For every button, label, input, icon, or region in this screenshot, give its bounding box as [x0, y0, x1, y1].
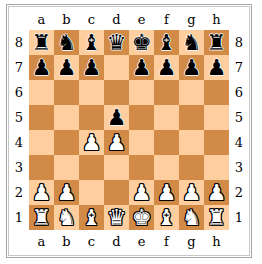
- square-d8[interactable]: ♛: [104, 30, 129, 55]
- black-pawn-icon: ♟: [54, 55, 79, 80]
- square-c4[interactable]: ♟: [79, 130, 104, 155]
- black-pawn-icon: ♟: [104, 105, 129, 130]
- white-pawn-icon: ♟: [104, 130, 129, 155]
- black-pawn-icon: ♟: [29, 55, 54, 80]
- square-a1[interactable]: ♜: [29, 205, 54, 230]
- white-knight-icon: ♞: [179, 205, 204, 230]
- square-d5[interactable]: ♟: [104, 105, 129, 130]
- square-e8[interactable]: ♚: [129, 30, 154, 55]
- square-a2[interactable]: ♟: [29, 180, 54, 205]
- white-rook-icon: ♜: [204, 205, 229, 230]
- square-e2[interactable]: ♟: [129, 180, 154, 205]
- square-c3[interactable]: [79, 155, 104, 180]
- square-f3[interactable]: [154, 155, 179, 180]
- square-f7[interactable]: ♟: [154, 55, 179, 80]
- rank-label: 6: [9, 80, 29, 105]
- square-a8[interactable]: ♜: [29, 30, 54, 55]
- rank-label: 1: [9, 205, 29, 230]
- square-b6[interactable]: [54, 80, 79, 105]
- square-g4[interactable]: [179, 130, 204, 155]
- file-label: d: [104, 9, 129, 29]
- white-knight-icon: ♞: [54, 205, 79, 230]
- rank-label: 6: [229, 80, 249, 105]
- square-h4[interactable]: [204, 130, 229, 155]
- square-f1[interactable]: ♝: [154, 205, 179, 230]
- rank-label: 5: [9, 105, 29, 130]
- black-queen-icon: ♛: [104, 30, 129, 55]
- square-f5[interactable]: [154, 105, 179, 130]
- white-queen-icon: ♛: [104, 205, 129, 230]
- rank-label: 3: [229, 155, 249, 180]
- rank-label: 2: [229, 180, 249, 205]
- square-e3[interactable]: [129, 155, 154, 180]
- rank-label: 4: [9, 130, 29, 155]
- rank-label: 4: [229, 130, 249, 155]
- file-label: g: [179, 231, 204, 251]
- square-b2[interactable]: ♟: [54, 180, 79, 205]
- square-d7[interactable]: [104, 55, 129, 80]
- white-pawn-icon: ♟: [54, 180, 79, 205]
- square-e7[interactable]: ♟: [129, 55, 154, 80]
- rank-label: 3: [9, 155, 29, 180]
- white-rook-icon: ♜: [29, 205, 54, 230]
- square-e5[interactable]: [129, 105, 154, 130]
- square-a5[interactable]: [29, 105, 54, 130]
- file-label: b: [54, 231, 79, 251]
- square-g1[interactable]: ♞: [179, 205, 204, 230]
- black-knight-icon: ♞: [179, 30, 204, 55]
- rank-label: 2: [9, 180, 29, 205]
- square-d3[interactable]: [104, 155, 129, 180]
- black-pawn-icon: ♟: [129, 55, 154, 80]
- square-f4[interactable]: [154, 130, 179, 155]
- rank-label: 5: [229, 105, 249, 130]
- square-g3[interactable]: [179, 155, 204, 180]
- file-label: e: [129, 9, 154, 29]
- square-c5[interactable]: [79, 105, 104, 130]
- rank-label: 8: [229, 30, 249, 55]
- square-a4[interactable]: [29, 130, 54, 155]
- square-g8[interactable]: ♞: [179, 30, 204, 55]
- square-h5[interactable]: [204, 105, 229, 130]
- file-labels-bottom: abcdefgh: [29, 231, 229, 251]
- square-b5[interactable]: [54, 105, 79, 130]
- white-king-icon: ♚: [129, 205, 154, 230]
- square-h6[interactable]: [204, 80, 229, 105]
- file-label: f: [154, 9, 179, 29]
- black-bishop-icon: ♝: [154, 30, 179, 55]
- square-b4[interactable]: [54, 130, 79, 155]
- rank-label: 7: [9, 55, 29, 80]
- square-h3[interactable]: [204, 155, 229, 180]
- rank-labels-left: 87654321: [9, 30, 29, 230]
- square-b7[interactable]: ♟: [54, 55, 79, 80]
- chess-diagram: abcdefgh abcdefgh 87654321 87654321 ♜♞♝♛…: [0, 0, 262, 264]
- file-label: a: [29, 231, 54, 251]
- square-b8[interactable]: ♞: [54, 30, 79, 55]
- square-c1[interactable]: ♝: [79, 205, 104, 230]
- white-pawn-icon: ♟: [154, 180, 179, 205]
- square-d6[interactable]: [104, 80, 129, 105]
- black-pawn-icon: ♟: [79, 55, 104, 80]
- square-d4[interactable]: ♟: [104, 130, 129, 155]
- square-a6[interactable]: [29, 80, 54, 105]
- square-h7[interactable]: ♟: [204, 55, 229, 80]
- black-pawn-icon: ♟: [204, 55, 229, 80]
- square-f6[interactable]: [154, 80, 179, 105]
- white-pawn-icon: ♟: [129, 180, 154, 205]
- white-pawn-icon: ♟: [204, 180, 229, 205]
- chess-board: ♜♞♝♛♚♝♞♜♟♟♟♟♟♟♟♟♟♟♟♟♟♟♟♟♜♞♝♛♚♝♞♜: [29, 30, 229, 230]
- white-pawn-icon: ♟: [79, 130, 104, 155]
- square-b1[interactable]: ♞: [54, 205, 79, 230]
- square-h8[interactable]: ♜: [204, 30, 229, 55]
- square-c2[interactable]: [79, 180, 104, 205]
- square-c6[interactable]: [79, 80, 104, 105]
- white-bishop-icon: ♝: [154, 205, 179, 230]
- white-pawn-icon: ♟: [29, 180, 54, 205]
- black-knight-icon: ♞: [54, 30, 79, 55]
- black-bishop-icon: ♝: [79, 30, 104, 55]
- square-h2[interactable]: ♟: [204, 180, 229, 205]
- file-label: f: [154, 231, 179, 251]
- square-a3[interactable]: [29, 155, 54, 180]
- square-g2[interactable]: ♟: [179, 180, 204, 205]
- white-bishop-icon: ♝: [79, 205, 104, 230]
- rank-label: 7: [229, 55, 249, 80]
- square-e4[interactable]: [129, 130, 154, 155]
- square-g6[interactable]: [179, 80, 204, 105]
- file-label: e: [129, 231, 154, 251]
- square-e1[interactable]: ♚: [129, 205, 154, 230]
- square-f8[interactable]: ♝: [154, 30, 179, 55]
- file-label: h: [204, 9, 229, 29]
- file-labels-top: abcdefgh: [29, 9, 229, 29]
- square-d2[interactable]: [104, 180, 129, 205]
- black-rook-icon: ♜: [29, 30, 54, 55]
- square-d1[interactable]: ♛: [104, 205, 129, 230]
- white-pawn-icon: ♟: [179, 180, 204, 205]
- square-g7[interactable]: ♟: [179, 55, 204, 80]
- file-label: h: [204, 231, 229, 251]
- black-pawn-icon: ♟: [154, 55, 179, 80]
- square-h1[interactable]: ♜: [204, 205, 229, 230]
- black-king-icon: ♚: [129, 30, 154, 55]
- black-rook-icon: ♜: [204, 30, 229, 55]
- rank-labels-right: 87654321: [229, 30, 249, 230]
- square-f2[interactable]: ♟: [154, 180, 179, 205]
- square-c7[interactable]: ♟: [79, 55, 104, 80]
- file-label: d: [104, 231, 129, 251]
- file-label: c: [79, 231, 104, 251]
- square-e6[interactable]: [129, 80, 154, 105]
- file-label: c: [79, 9, 104, 29]
- square-c8[interactable]: ♝: [79, 30, 104, 55]
- square-b3[interactable]: [54, 155, 79, 180]
- rank-label: 8: [9, 30, 29, 55]
- file-label: a: [29, 9, 54, 29]
- square-g5[interactable]: [179, 105, 204, 130]
- rank-label: 1: [229, 205, 249, 230]
- square-a7[interactable]: ♟: [29, 55, 54, 80]
- file-label: b: [54, 9, 79, 29]
- file-label: g: [179, 9, 204, 29]
- black-pawn-icon: ♟: [179, 55, 204, 80]
